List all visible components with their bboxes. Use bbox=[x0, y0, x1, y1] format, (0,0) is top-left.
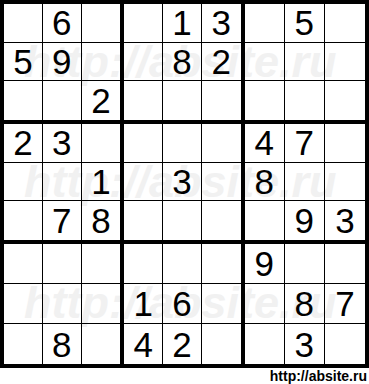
cell-r6c2[interactable]: 7 bbox=[43, 201, 82, 240]
cell-r4c2[interactable]: 3 bbox=[43, 124, 82, 163]
cell-r3c8[interactable] bbox=[285, 81, 325, 120]
sudoku-page: http://absite.ru http://absite.ru http:/… bbox=[0, 0, 369, 384]
cell-r2c9[interactable] bbox=[325, 43, 365, 82]
box-7: 8 bbox=[4, 244, 124, 364]
cell-r3c7[interactable] bbox=[245, 81, 285, 120]
cell-r9c2[interactable]: 8 bbox=[43, 324, 82, 364]
cell-r2c4[interactable] bbox=[124, 43, 163, 82]
cell-r1c9[interactable] bbox=[325, 4, 365, 43]
cell-r7c4[interactable] bbox=[124, 244, 163, 284]
cell-r8c7[interactable] bbox=[245, 284, 285, 324]
cell-r5c8[interactable] bbox=[285, 163, 325, 202]
cell-r3c6[interactable] bbox=[202, 81, 241, 120]
cell-r1c4[interactable] bbox=[124, 4, 163, 43]
cell-r5c3[interactable]: 1 bbox=[82, 163, 121, 202]
box-8: 1642 bbox=[124, 244, 244, 364]
cell-r1c3[interactable] bbox=[82, 4, 121, 43]
cell-r9c7[interactable] bbox=[245, 324, 285, 364]
cell-r9c8[interactable]: 3 bbox=[285, 324, 325, 364]
cell-r9c9[interactable] bbox=[325, 324, 365, 364]
cell-r5c1[interactable] bbox=[4, 163, 43, 202]
cell-r8c4[interactable]: 1 bbox=[124, 284, 163, 324]
box-6: 47893 bbox=[245, 124, 365, 244]
cell-r5c2[interactable] bbox=[43, 163, 82, 202]
cell-r8c6[interactable] bbox=[202, 284, 241, 324]
cell-r5c6[interactable] bbox=[202, 163, 241, 202]
cell-r9c6[interactable] bbox=[202, 324, 241, 364]
footer: http://absite.ru bbox=[0, 367, 367, 384]
sudoku-board: http://absite.ru http://absite.ru http:/… bbox=[0, 0, 369, 368]
cell-r3c4[interactable] bbox=[124, 81, 163, 120]
cell-r4c3[interactable] bbox=[82, 124, 121, 163]
cell-r7c1[interactable] bbox=[4, 244, 43, 284]
cell-r4c9[interactable] bbox=[325, 124, 365, 163]
cell-r2c8[interactable] bbox=[285, 43, 325, 82]
cell-r2c6[interactable]: 2 bbox=[202, 43, 241, 82]
cell-r3c2[interactable] bbox=[43, 81, 82, 120]
cell-r6c8[interactable]: 9 bbox=[285, 201, 325, 240]
cell-r8c2[interactable] bbox=[43, 284, 82, 324]
cell-r2c1[interactable]: 5 bbox=[4, 43, 43, 82]
box-5: 3 bbox=[124, 124, 244, 244]
cell-r2c7[interactable] bbox=[245, 43, 285, 82]
footer-site-link[interactable]: http://absite.ru bbox=[270, 368, 367, 384]
box-3: 5 bbox=[245, 4, 365, 124]
cell-r9c5[interactable]: 2 bbox=[163, 324, 202, 364]
cell-r1c6[interactable]: 3 bbox=[202, 4, 241, 43]
cell-r2c5[interactable]: 8 bbox=[163, 43, 202, 82]
box-1: 6592 bbox=[4, 4, 124, 124]
cell-r1c8[interactable]: 5 bbox=[285, 4, 325, 43]
cell-r7c3[interactable] bbox=[82, 244, 121, 284]
cell-r6c3[interactable]: 8 bbox=[82, 201, 121, 240]
cell-r3c5[interactable] bbox=[163, 81, 202, 120]
cell-r7c2[interactable] bbox=[43, 244, 82, 284]
cell-r4c5[interactable] bbox=[163, 124, 202, 163]
cell-r2c3[interactable] bbox=[82, 43, 121, 82]
cell-r6c4[interactable] bbox=[124, 201, 163, 240]
cell-r7c7[interactable]: 9 bbox=[245, 244, 285, 284]
cell-r1c1[interactable] bbox=[4, 4, 43, 43]
cell-r6c7[interactable] bbox=[245, 201, 285, 240]
cell-r8c8[interactable]: 8 bbox=[285, 284, 325, 324]
cell-r9c1[interactable] bbox=[4, 324, 43, 364]
cell-r3c3[interactable]: 2 bbox=[82, 81, 121, 120]
box-4: 23178 bbox=[4, 124, 124, 244]
cell-r4c8[interactable]: 7 bbox=[285, 124, 325, 163]
cell-r8c3[interactable] bbox=[82, 284, 121, 324]
cell-r9c4[interactable]: 4 bbox=[124, 324, 163, 364]
cell-r6c6[interactable] bbox=[202, 201, 241, 240]
cell-r2c2[interactable]: 9 bbox=[43, 43, 82, 82]
cell-r7c9[interactable] bbox=[325, 244, 365, 284]
cell-r6c9[interactable]: 3 bbox=[325, 201, 365, 240]
cell-r8c1[interactable] bbox=[4, 284, 43, 324]
cell-r5c9[interactable] bbox=[325, 163, 365, 202]
cell-r3c1[interactable] bbox=[4, 81, 43, 120]
cell-r7c5[interactable] bbox=[163, 244, 202, 284]
cell-r5c4[interactable] bbox=[124, 163, 163, 202]
cell-r4c4[interactable] bbox=[124, 124, 163, 163]
cell-r1c7[interactable] bbox=[245, 4, 285, 43]
cell-r3c9[interactable] bbox=[325, 81, 365, 120]
box-9: 9873 bbox=[245, 244, 365, 364]
cell-r7c8[interactable] bbox=[285, 244, 325, 284]
sudoku-board-grid: 65921382523178347893816429873 bbox=[4, 4, 365, 364]
cell-r4c1[interactable]: 2 bbox=[4, 124, 43, 163]
cell-r1c5[interactable]: 1 bbox=[163, 4, 202, 43]
cell-r7c6[interactable] bbox=[202, 244, 241, 284]
cell-r4c6[interactable] bbox=[202, 124, 241, 163]
cell-r1c2[interactable]: 6 bbox=[43, 4, 82, 43]
cell-r6c1[interactable] bbox=[4, 201, 43, 240]
cell-r4c7[interactable]: 4 bbox=[245, 124, 285, 163]
cell-r5c7[interactable]: 8 bbox=[245, 163, 285, 202]
box-2: 1382 bbox=[124, 4, 244, 124]
cell-r9c3[interactable] bbox=[82, 324, 121, 364]
cell-r8c5[interactable]: 6 bbox=[163, 284, 202, 324]
cell-r5c5[interactable]: 3 bbox=[163, 163, 202, 202]
cell-r6c5[interactable] bbox=[163, 201, 202, 240]
cell-r8c9[interactable]: 7 bbox=[325, 284, 365, 324]
